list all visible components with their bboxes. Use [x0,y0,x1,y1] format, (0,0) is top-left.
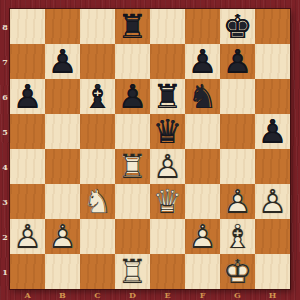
black-rook-glyph: ♜ [150,79,185,114]
square-g6[interactable] [220,79,255,114]
black-queen-glyph: ♛ [150,114,185,149]
square-e1[interactable] [150,254,185,289]
file-label-a: A [10,288,45,300]
black-queen[interactable]: ♛♕ [150,114,185,149]
black-rook-outline-icon: ♖ [115,9,150,44]
square-a3[interactable] [10,184,45,219]
square-g8[interactable]: ♚♔ [220,9,255,44]
white-bishop-outline-icon: ♗ [220,219,255,254]
black-pawn-outline-icon: ♙ [115,79,150,114]
file-label-b: B [45,288,80,300]
black-bishop[interactable]: ♝♗ [80,79,115,114]
square-d8[interactable]: ♜♖ [115,9,150,44]
file-label-d: D [115,288,150,300]
square-e3[interactable]: ♛♕ [150,184,185,219]
chess-board: ♜♖♚♔♟♙♟♙♟♙♟♙♝♗♟♙♜♖♞♘♛♕♟♙♜♖♟♙♞♘♛♕♟♙♟♙♟♙♟♙… [10,9,290,289]
white-pawn[interactable]: ♟♙ [220,184,255,219]
square-d6[interactable]: ♟♙ [115,79,150,114]
white-rook-glyph: ♜ [115,254,150,289]
square-e2[interactable] [150,219,185,254]
square-h2[interactable] [255,219,290,254]
file-labels: ABCDEFGH [10,288,290,300]
black-pawn[interactable]: ♟♙ [10,79,45,114]
square-b5[interactable] [45,114,80,149]
black-pawn[interactable]: ♟♙ [255,114,290,149]
square-b4[interactable] [45,149,80,184]
white-rook-glyph: ♜ [115,149,150,184]
white-pawn-outline-icon: ♙ [150,149,185,184]
square-b8[interactable] [45,9,80,44]
white-queen-outline-icon: ♕ [150,184,185,219]
board-frame: 87654321 ♜♖♚♔♟♙♟♙♟♙♟♙♝♗♟♙♜♖♞♘♛♕♟♙♜♖♟♙♞♘♛… [0,0,300,300]
square-h8[interactable] [255,9,290,44]
white-pawn-glyph: ♟ [150,149,185,184]
white-rook[interactable]: ♜♖ [115,254,150,289]
square-b2[interactable]: ♟♙ [45,219,80,254]
square-f6[interactable]: ♞♘ [185,79,220,114]
black-rook-outline-icon: ♖ [150,79,185,114]
square-c6[interactable]: ♝♗ [80,79,115,114]
rank-label-6: 6 [0,79,10,114]
square-c2[interactable] [80,219,115,254]
white-pawn-outline-icon: ♙ [255,184,290,219]
square-f8[interactable] [185,9,220,44]
square-f4[interactable] [185,149,220,184]
black-pawn-glyph: ♟ [185,44,220,79]
file-label-c: C [80,288,115,300]
white-pawn[interactable]: ♟♙ [45,219,80,254]
square-e7[interactable] [150,44,185,79]
black-king-glyph: ♚ [220,9,255,44]
white-pawn-glyph: ♟ [185,219,220,254]
square-d1[interactable]: ♜♖ [115,254,150,289]
black-pawn-glyph: ♟ [255,114,290,149]
square-g4[interactable] [220,149,255,184]
white-king-outline-icon: ♔ [220,254,255,289]
rank-label-7: 7 [0,44,10,79]
white-pawn-glyph: ♟ [255,184,290,219]
white-knight-outline-icon: ♘ [80,184,115,219]
square-h5[interactable]: ♟♙ [255,114,290,149]
black-pawn[interactable]: ♟♙ [185,44,220,79]
black-pawn-outline-icon: ♙ [220,44,255,79]
square-g7[interactable]: ♟♙ [220,44,255,79]
white-pawn-glyph: ♟ [220,184,255,219]
rank-label-5: 5 [0,114,10,149]
rank-label-1: 1 [0,254,10,289]
black-rook-glyph: ♜ [115,9,150,44]
square-f7[interactable]: ♟♙ [185,44,220,79]
file-label-h: H [255,288,290,300]
square-c5[interactable] [80,114,115,149]
square-c7[interactable] [80,44,115,79]
square-f5[interactable] [185,114,220,149]
black-pawn-glyph: ♟ [115,79,150,114]
square-b6[interactable] [45,79,80,114]
square-b3[interactable] [45,184,80,219]
square-g3[interactable]: ♟♙ [220,184,255,219]
black-pawn-glyph: ♟ [10,79,45,114]
square-b1[interactable] [45,254,80,289]
white-knight-glyph: ♞ [80,184,115,219]
black-queen-outline-icon: ♕ [150,114,185,149]
white-bishop-glyph: ♝ [220,219,255,254]
white-pawn[interactable]: ♟♙ [185,219,220,254]
square-a5[interactable] [10,114,45,149]
square-f1[interactable] [185,254,220,289]
rank-label-2: 2 [0,219,10,254]
white-queen[interactable]: ♛♕ [150,184,185,219]
black-pawn[interactable]: ♟♙ [115,79,150,114]
black-bishop-outline-icon: ♗ [80,79,115,114]
white-pawn-outline-icon: ♙ [185,219,220,254]
rank-label-4: 4 [0,149,10,184]
white-pawn-glyph: ♟ [45,219,80,254]
black-bishop-glyph: ♝ [80,79,115,114]
square-c1[interactable] [80,254,115,289]
square-a2[interactable]: ♟♙ [10,219,45,254]
black-pawn[interactable]: ♟♙ [220,44,255,79]
square-e8[interactable] [150,9,185,44]
white-pawn[interactable]: ♟♙ [255,184,290,219]
square-d3[interactable] [115,184,150,219]
square-e6[interactable]: ♜♖ [150,79,185,114]
white-pawn-outline-icon: ♙ [220,184,255,219]
square-a7[interactable] [10,44,45,79]
black-rook[interactable]: ♜♖ [115,9,150,44]
square-f3[interactable] [185,184,220,219]
file-label-e: E [150,288,185,300]
black-knight-glyph: ♞ [185,79,220,114]
white-rook[interactable]: ♜♖ [115,149,150,184]
white-rook-outline-icon: ♖ [115,254,150,289]
square-a8[interactable] [10,9,45,44]
black-pawn-outline-icon: ♙ [185,44,220,79]
square-f2[interactable]: ♟♙ [185,219,220,254]
white-pawn-outline-icon: ♙ [45,219,80,254]
rank-label-8: 8 [0,9,10,44]
black-pawn-outline-icon: ♙ [45,44,80,79]
white-queen-glyph: ♛ [150,184,185,219]
square-e5[interactable]: ♛♕ [150,114,185,149]
black-rook[interactable]: ♜♖ [150,79,185,114]
square-d7[interactable] [115,44,150,79]
white-pawn-glyph: ♟ [10,219,45,254]
square-g2[interactable]: ♝♗ [220,219,255,254]
square-c8[interactable] [80,9,115,44]
square-h4[interactable] [255,149,290,184]
square-c4[interactable] [80,149,115,184]
square-e4[interactable]: ♟♙ [150,149,185,184]
white-pawn[interactable]: ♟♙ [150,149,185,184]
square-d2[interactable] [115,219,150,254]
white-pawn-outline-icon: ♙ [10,219,45,254]
black-pawn-outline-icon: ♙ [10,79,45,114]
square-h6[interactable] [255,79,290,114]
rank-labels: 87654321 [0,9,10,289]
file-label-g: G [220,288,255,300]
black-pawn-glyph: ♟ [45,44,80,79]
square-a1[interactable] [10,254,45,289]
rank-label-3: 3 [0,184,10,219]
black-pawn-outline-icon: ♙ [255,114,290,149]
square-h7[interactable] [255,44,290,79]
square-h1[interactable] [255,254,290,289]
white-rook-outline-icon: ♖ [115,149,150,184]
white-bishop[interactable]: ♝♗ [220,219,255,254]
black-knight-outline-icon: ♘ [185,79,220,114]
square-a4[interactable] [10,149,45,184]
square-d4[interactable]: ♜♖ [115,149,150,184]
square-h3[interactable]: ♟♙ [255,184,290,219]
square-d5[interactable] [115,114,150,149]
black-knight[interactable]: ♞♘ [185,79,220,114]
black-pawn[interactable]: ♟♙ [45,44,80,79]
square-g5[interactable] [220,114,255,149]
square-g1[interactable]: ♚♔ [220,254,255,289]
square-c3[interactable]: ♞♘ [80,184,115,219]
black-pawn-glyph: ♟ [220,44,255,79]
file-label-f: F [185,288,220,300]
white-king-glyph: ♚ [220,254,255,289]
white-knight[interactable]: ♞♘ [80,184,115,219]
white-pawn[interactable]: ♟♙ [10,219,45,254]
square-a6[interactable]: ♟♙ [10,79,45,114]
square-b7[interactable]: ♟♙ [45,44,80,79]
black-king[interactable]: ♚♔ [220,9,255,44]
white-king[interactable]: ♚♔ [220,254,255,289]
black-king-outline-icon: ♔ [220,9,255,44]
